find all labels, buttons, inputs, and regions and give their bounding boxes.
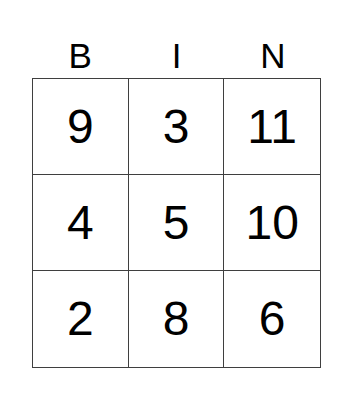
- cell-r0c0[interactable]: 9: [33, 79, 129, 175]
- cell-r2c0[interactable]: 2: [33, 271, 129, 367]
- cell-r1c1[interactable]: 5: [129, 175, 225, 271]
- cell-r2c2[interactable]: 6: [224, 271, 320, 367]
- header-letter-b: B: [32, 35, 128, 75]
- cell-r2c1[interactable]: 8: [129, 271, 225, 367]
- cell-r0c2[interactable]: 11: [224, 79, 320, 175]
- bingo-header: B I N: [32, 35, 321, 75]
- cell-r0c1[interactable]: 3: [129, 79, 225, 175]
- bingo-card: B I N 9 3 11 4 5 10 2 8 6: [0, 0, 353, 400]
- header-letter-i: I: [128, 35, 224, 75]
- cell-r1c2[interactable]: 10: [224, 175, 320, 271]
- header-letter-n: N: [225, 35, 321, 75]
- cell-r1c0[interactable]: 4: [33, 175, 129, 271]
- bingo-grid: 9 3 11 4 5 10 2 8 6: [32, 78, 321, 368]
